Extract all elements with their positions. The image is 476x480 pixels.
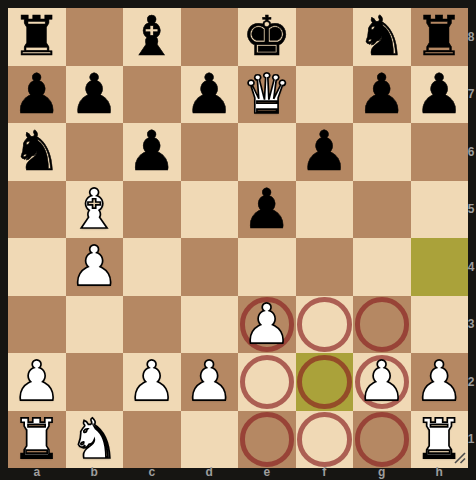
piece-black-bishop[interactable]: ♝ [127, 8, 176, 66]
square-g4[interactable] [353, 238, 411, 296]
annotation-circle-e2 [240, 355, 295, 410]
square-b3[interactable] [66, 296, 124, 354]
square-h7[interactable]: ♟ [411, 66, 469, 124]
square-d5[interactable] [181, 181, 239, 239]
square-h8[interactable]: ♜ [411, 8, 469, 66]
square-c2[interactable]: ♟ [123, 353, 181, 411]
square-b1[interactable]: ♞ [66, 411, 124, 469]
rank-label-3: 3 [466, 296, 476, 354]
square-d1[interactable] [181, 411, 239, 469]
square-a8[interactable]: ♜ [8, 8, 66, 66]
square-b8[interactable] [66, 8, 124, 66]
square-f3[interactable] [296, 296, 354, 354]
piece-black-pawn[interactable]: ♟ [70, 66, 119, 124]
square-g8[interactable]: ♞ [353, 8, 411, 66]
file-label-c: c [123, 465, 181, 480]
square-f5[interactable] [296, 181, 354, 239]
file-label-d: d [181, 465, 239, 480]
rank-label-5: 5 [466, 181, 476, 239]
square-a4[interactable] [8, 238, 66, 296]
file-label-g: g [353, 465, 411, 480]
square-a6[interactable]: ♞ [8, 123, 66, 181]
square-g5[interactable] [353, 181, 411, 239]
annotation-circle-f1 [297, 412, 352, 467]
square-a1[interactable]: ♜ [8, 411, 66, 469]
square-b6[interactable] [66, 123, 124, 181]
annotation-circle-f2 [297, 355, 352, 410]
square-c6[interactable]: ♟ [123, 123, 181, 181]
file-label-f: f [296, 465, 354, 480]
square-c3[interactable] [123, 296, 181, 354]
chessboard-app: ♜♝♚♞♜♟♟♟♛♟♟♞♟♟♝♟♟♟♟♟♟♟♟♜♞♜ abcdefgh 8765… [0, 0, 476, 480]
rank-coordinates: 87654321 [466, 8, 476, 468]
square-e1[interactable] [238, 411, 296, 469]
square-c4[interactable] [123, 238, 181, 296]
square-c8[interactable]: ♝ [123, 8, 181, 66]
piece-black-pawn[interactable]: ♟ [300, 123, 349, 181]
piece-black-pawn[interactable]: ♟ [242, 181, 291, 239]
piece-white-bishop[interactable]: ♝ [70, 181, 119, 239]
annotation-circle-g1 [355, 412, 410, 467]
piece-white-pawn[interactable]: ♟ [357, 353, 406, 411]
square-h5[interactable] [411, 181, 469, 239]
square-g2[interactable]: ♟ [353, 353, 411, 411]
square-e5[interactable]: ♟ [238, 181, 296, 239]
square-h6[interactable] [411, 123, 469, 181]
square-f7[interactable] [296, 66, 354, 124]
square-g1[interactable] [353, 411, 411, 469]
piece-black-knight[interactable]: ♞ [357, 8, 406, 66]
square-e3[interactable]: ♟ [238, 296, 296, 354]
piece-black-pawn[interactable]: ♟ [357, 66, 406, 124]
square-d7[interactable]: ♟ [181, 66, 239, 124]
square-d4[interactable] [181, 238, 239, 296]
piece-black-rook[interactable]: ♜ [415, 8, 464, 66]
square-c7[interactable] [123, 66, 181, 124]
piece-white-pawn[interactable]: ♟ [127, 353, 176, 411]
square-d6[interactable] [181, 123, 239, 181]
resize-handle[interactable] [451, 449, 468, 466]
piece-black-rook[interactable]: ♜ [12, 8, 61, 66]
rank-label-6: 6 [466, 123, 476, 181]
square-f1[interactable] [296, 411, 354, 469]
square-b2[interactable] [66, 353, 124, 411]
square-b5[interactable]: ♝ [66, 181, 124, 239]
piece-black-pawn[interactable]: ♟ [185, 66, 234, 124]
rank-label-2: 2 [466, 353, 476, 411]
square-a3[interactable] [8, 296, 66, 354]
piece-white-knight[interactable]: ♞ [70, 411, 119, 469]
rank-label-8: 8 [466, 8, 476, 66]
square-e8[interactable]: ♚ [238, 8, 296, 66]
piece-white-rook[interactable]: ♜ [12, 411, 61, 469]
square-f8[interactable] [296, 8, 354, 66]
piece-white-queen[interactable]: ♛ [242, 66, 291, 124]
square-f2[interactable] [296, 353, 354, 411]
square-e4[interactable] [238, 238, 296, 296]
square-g6[interactable] [353, 123, 411, 181]
piece-white-pawn[interactable]: ♟ [242, 296, 291, 354]
square-e7[interactable]: ♛ [238, 66, 296, 124]
square-f6[interactable]: ♟ [296, 123, 354, 181]
square-d8[interactable] [181, 8, 239, 66]
square-d3[interactable] [181, 296, 239, 354]
piece-white-pawn[interactable]: ♟ [70, 238, 119, 296]
piece-white-pawn[interactable]: ♟ [185, 353, 234, 411]
square-f4[interactable] [296, 238, 354, 296]
square-a2[interactable]: ♟ [8, 353, 66, 411]
square-b7[interactable]: ♟ [66, 66, 124, 124]
square-a7[interactable]: ♟ [8, 66, 66, 124]
square-h2[interactable]: ♟ [411, 353, 469, 411]
square-e2[interactable] [238, 353, 296, 411]
annotation-circle-e1 [240, 412, 295, 467]
square-h4[interactable] [411, 238, 469, 296]
square-c5[interactable] [123, 181, 181, 239]
piece-black-king[interactable]: ♚ [242, 8, 291, 66]
piece-black-pawn[interactable]: ♟ [127, 123, 176, 181]
chess-board: ♜♝♚♞♜♟♟♟♛♟♟♞♟♟♝♟♟♟♟♟♟♟♟♜♞♜ [8, 8, 468, 468]
square-g7[interactable]: ♟ [353, 66, 411, 124]
file-label-e: e [238, 465, 296, 480]
square-a5[interactable] [8, 181, 66, 239]
square-g3[interactable] [353, 296, 411, 354]
piece-black-pawn[interactable]: ♟ [415, 66, 464, 124]
piece-white-pawn[interactable]: ♟ [415, 353, 464, 411]
square-d2[interactable]: ♟ [181, 353, 239, 411]
piece-black-pawn[interactable]: ♟ [12, 66, 61, 124]
annotation-circle-g3 [355, 297, 410, 352]
square-c1[interactable] [123, 411, 181, 469]
piece-white-pawn[interactable]: ♟ [12, 353, 61, 411]
rank-label-7: 7 [466, 66, 476, 124]
square-b4[interactable]: ♟ [66, 238, 124, 296]
rank-label-4: 4 [466, 238, 476, 296]
square-e6[interactable] [238, 123, 296, 181]
annotation-circle-f3 [297, 297, 352, 352]
square-h3[interactable] [411, 296, 469, 354]
piece-black-knight[interactable]: ♞ [12, 123, 61, 181]
